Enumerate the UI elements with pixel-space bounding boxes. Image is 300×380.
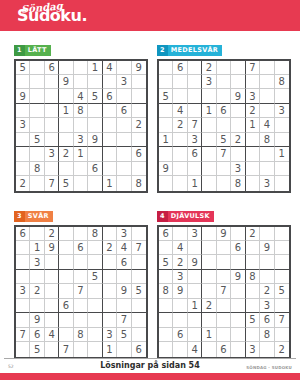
cell-r5c3 bbox=[45, 284, 59, 298]
cell-r8c8 bbox=[260, 162, 274, 176]
cell-r1c8: 3 bbox=[117, 227, 131, 241]
cell-r8c5: 8 bbox=[74, 328, 88, 342]
cell-r4c5 bbox=[217, 270, 231, 284]
cell-r5c6 bbox=[231, 284, 245, 298]
cell-r9c2: 5 bbox=[30, 342, 44, 356]
cell-r6c9 bbox=[132, 299, 146, 313]
cell-r9c7: 1 bbox=[103, 342, 117, 356]
cell-r3c4 bbox=[202, 89, 216, 103]
cell-r7c5 bbox=[217, 313, 231, 327]
cell-r5c1: 3 bbox=[16, 284, 30, 298]
cell-r1c7 bbox=[103, 227, 117, 241]
cell-r8c3 bbox=[45, 162, 59, 176]
cell-r5c3 bbox=[45, 118, 59, 132]
cell-r5c4 bbox=[59, 118, 73, 132]
cell-r1c6 bbox=[231, 61, 245, 75]
cell-r4c9: 3 bbox=[275, 104, 289, 118]
cell-r1c9 bbox=[275, 227, 289, 241]
cell-r1c2 bbox=[173, 227, 187, 241]
cell-r7c5: 7 bbox=[217, 147, 231, 161]
cell-r1c4 bbox=[59, 61, 73, 75]
cell-r7c3 bbox=[188, 313, 202, 327]
cell-r4c6 bbox=[88, 104, 102, 118]
cell-r9c8 bbox=[260, 342, 274, 356]
cell-r8c1 bbox=[16, 162, 30, 176]
cell-r2c5 bbox=[217, 75, 231, 89]
cell-r7c1 bbox=[159, 147, 173, 161]
cell-r9c4: 5 bbox=[59, 176, 73, 190]
cell-r4c5: 6 bbox=[217, 104, 231, 118]
cell-r2c6 bbox=[231, 75, 245, 89]
cell-r2c1 bbox=[159, 241, 173, 255]
cell-r6c4: 2 bbox=[202, 299, 216, 313]
cell-r7c9: 6 bbox=[132, 147, 146, 161]
cell-r7c4 bbox=[202, 147, 216, 161]
cell-r2c3 bbox=[45, 75, 59, 89]
cell-r7c7 bbox=[103, 147, 117, 161]
cell-r2c2 bbox=[173, 75, 187, 89]
cell-r6c1 bbox=[16, 133, 30, 147]
cell-r9c2 bbox=[30, 176, 44, 190]
cell-r7c2 bbox=[173, 313, 187, 327]
cell-r1c6: 8 bbox=[88, 227, 102, 241]
cell-r4c7 bbox=[103, 270, 117, 284]
cell-r7c5 bbox=[74, 313, 88, 327]
cell-r1c1: 6 bbox=[159, 227, 173, 241]
cell-r8c1: 9 bbox=[159, 162, 173, 176]
cell-r4c3 bbox=[45, 270, 59, 284]
difficulty-number: 2 bbox=[157, 45, 168, 56]
difficulty-chip-1: 1 LÄTT bbox=[14, 45, 51, 56]
cell-r8c5 bbox=[217, 162, 231, 176]
cell-r6c8: 3 bbox=[260, 299, 274, 313]
cell-r5c5 bbox=[217, 118, 231, 132]
cell-r6c3: 1 bbox=[188, 299, 202, 313]
cell-r9c8: 3 bbox=[260, 176, 274, 190]
difficulty-chip-4: 4 DJÄVULSK bbox=[157, 211, 214, 222]
cell-r8c7 bbox=[246, 328, 260, 342]
cell-r3c5 bbox=[217, 255, 231, 269]
cell-r5c6 bbox=[88, 284, 102, 298]
cell-r3c8 bbox=[260, 89, 274, 103]
cell-r9c2 bbox=[173, 176, 187, 190]
cell-r2c1 bbox=[159, 75, 173, 89]
cell-r3c3 bbox=[188, 89, 202, 103]
cell-r2c3: 9 bbox=[45, 241, 59, 255]
cell-r4c6: 9 bbox=[231, 270, 245, 284]
cell-r6c3: 3 bbox=[188, 133, 202, 147]
cell-r6c9 bbox=[275, 299, 289, 313]
cell-r3c9 bbox=[132, 89, 146, 103]
cell-r5c2: 2 bbox=[173, 118, 187, 132]
cell-r8c6 bbox=[231, 328, 245, 342]
cell-r3c5: 4 bbox=[74, 89, 88, 103]
cell-r7c4 bbox=[202, 313, 216, 327]
cell-r6c5: 5 bbox=[217, 133, 231, 147]
cell-r8c2: 8 bbox=[30, 162, 44, 176]
cell-r5c4 bbox=[202, 284, 216, 298]
difficulty-chip-3: 3 SVÅR bbox=[14, 211, 53, 222]
cell-r9c4 bbox=[202, 342, 216, 356]
cell-r5c6 bbox=[231, 118, 245, 132]
cell-r7c7: 5 bbox=[246, 313, 260, 327]
cell-r1c5 bbox=[74, 227, 88, 241]
cell-r3c1 bbox=[16, 255, 30, 269]
cell-r5c9 bbox=[275, 118, 289, 132]
cell-r6c3 bbox=[45, 133, 59, 147]
cell-r5c5 bbox=[74, 118, 88, 132]
cell-r1c1: 5 bbox=[16, 61, 30, 75]
sudoku-grid-3: 6283196247365327956977648355716 bbox=[14, 225, 148, 359]
cell-r6c6: 2 bbox=[231, 133, 245, 147]
cell-r8c1 bbox=[159, 328, 173, 342]
cell-r1c7: 4 bbox=[103, 61, 117, 75]
cell-r3c6 bbox=[88, 255, 102, 269]
cell-r5c7 bbox=[103, 284, 117, 298]
cell-r1c3: 2 bbox=[45, 227, 59, 241]
cell-r4c1 bbox=[159, 104, 173, 118]
cell-r2c3 bbox=[188, 75, 202, 89]
cell-r1c6: 1 bbox=[88, 61, 102, 75]
cell-r2c1 bbox=[16, 75, 30, 89]
cell-r1c2 bbox=[30, 227, 44, 241]
cell-r4c6 bbox=[231, 104, 245, 118]
cell-r2c6 bbox=[88, 241, 102, 255]
cell-r5c2: 2 bbox=[30, 284, 44, 298]
cell-r4c4 bbox=[202, 270, 216, 284]
cell-r9c9 bbox=[275, 176, 289, 190]
cell-r5c6 bbox=[88, 118, 102, 132]
cell-r4c3 bbox=[45, 104, 59, 118]
cell-r8c9 bbox=[275, 328, 289, 342]
cell-r8c5 bbox=[74, 162, 88, 176]
cell-r3c2 bbox=[30, 89, 44, 103]
cell-r5c4 bbox=[202, 118, 216, 132]
cell-r1c7: 2 bbox=[246, 227, 260, 241]
cell-r3c6: 5 bbox=[88, 89, 102, 103]
cell-r8c7 bbox=[246, 162, 260, 176]
cell-r7c4: 2 bbox=[59, 147, 73, 161]
cell-r8c2: 6 bbox=[173, 328, 187, 342]
cell-r5c8: 2 bbox=[260, 284, 274, 298]
cell-r1c2: 6 bbox=[173, 61, 187, 75]
cell-r6c6 bbox=[231, 299, 245, 313]
cell-r3c2: 3 bbox=[30, 255, 44, 269]
cell-r3c1: 5 bbox=[159, 89, 173, 103]
cell-r2c2: 4 bbox=[173, 241, 187, 255]
cell-r4c3 bbox=[188, 270, 202, 284]
difficulty-label: MEDELSVÅR bbox=[168, 45, 222, 56]
cell-r4c7: 8 bbox=[246, 270, 260, 284]
cell-r1c5 bbox=[74, 61, 88, 75]
cell-r9c1 bbox=[16, 342, 30, 356]
cell-r7c9: 7 bbox=[275, 313, 289, 327]
cell-r6c3 bbox=[45, 299, 59, 313]
cell-r9c6 bbox=[88, 342, 102, 356]
cell-r9c5 bbox=[74, 176, 88, 190]
cell-r5c3 bbox=[188, 284, 202, 298]
cell-r9c4 bbox=[202, 176, 216, 190]
sudoku-grid-2: 627385934162327141352867193183 bbox=[157, 59, 291, 193]
cell-r5c2: 9 bbox=[173, 284, 187, 298]
cell-r3c7 bbox=[246, 255, 260, 269]
cell-r7c6 bbox=[88, 313, 102, 327]
cell-r8c1: 7 bbox=[16, 328, 30, 342]
cell-r5c8 bbox=[117, 118, 131, 132]
cell-r9c8 bbox=[117, 342, 131, 356]
cell-r2c8: 3 bbox=[117, 75, 131, 89]
cell-r8c4: 1 bbox=[202, 328, 216, 342]
cell-r4c2 bbox=[30, 104, 44, 118]
cell-r6c4: 6 bbox=[59, 299, 73, 313]
cell-r1c3: 3 bbox=[188, 227, 202, 241]
cell-r6c4 bbox=[59, 133, 73, 147]
cell-r4c9 bbox=[132, 270, 146, 284]
cell-r4c4 bbox=[59, 270, 73, 284]
cell-r4c1 bbox=[159, 270, 173, 284]
cell-r6c2 bbox=[30, 299, 44, 313]
cell-r5c3: 7 bbox=[188, 118, 202, 132]
cell-r3c7 bbox=[103, 255, 117, 269]
cell-r2c7 bbox=[246, 241, 260, 255]
cell-r6c5 bbox=[74, 299, 88, 313]
cell-r2c9: 8 bbox=[275, 75, 289, 89]
cell-r7c7 bbox=[103, 313, 117, 327]
cell-r7c8 bbox=[260, 147, 274, 161]
cell-r6c7 bbox=[246, 299, 260, 313]
cell-r6c8 bbox=[117, 133, 131, 147]
cell-r4c2: 3 bbox=[173, 270, 187, 284]
cell-r6c7 bbox=[103, 133, 117, 147]
cell-r1c7: 7 bbox=[246, 61, 260, 75]
cell-r9c1: 2 bbox=[16, 176, 30, 190]
cell-r7c2: 9 bbox=[30, 313, 44, 327]
cell-r8c4 bbox=[59, 162, 73, 176]
cell-r6c9 bbox=[275, 133, 289, 147]
cell-r9c1 bbox=[159, 176, 173, 190]
cell-r8c3 bbox=[188, 328, 202, 342]
cell-r6c4 bbox=[202, 133, 216, 147]
cell-r9c2 bbox=[173, 342, 187, 356]
cell-r7c4 bbox=[59, 313, 73, 327]
cell-r1c9 bbox=[132, 227, 146, 241]
cell-r6c1: 1 bbox=[159, 133, 173, 147]
cell-r7c3: 3 bbox=[45, 147, 59, 161]
cell-r8c4 bbox=[59, 328, 73, 342]
cell-r5c5: 7 bbox=[74, 284, 88, 298]
cell-r2c9 bbox=[132, 75, 146, 89]
cell-r4c8 bbox=[260, 270, 274, 284]
difficulty-number: 3 bbox=[14, 211, 25, 222]
cell-r3c8 bbox=[117, 89, 131, 103]
cell-r2c7 bbox=[246, 75, 260, 89]
cell-r6c8 bbox=[117, 299, 131, 313]
cell-r8c6: 6 bbox=[88, 162, 102, 176]
cell-r1c3: 6 bbox=[45, 61, 59, 75]
cell-r7c8 bbox=[117, 147, 131, 161]
cell-r4c5: 8 bbox=[74, 104, 88, 118]
cell-r8c7 bbox=[103, 162, 117, 176]
cell-r1c8 bbox=[260, 61, 274, 75]
cell-r3c3 bbox=[45, 89, 59, 103]
cell-r1c4 bbox=[202, 227, 216, 241]
cell-r3c2: 2 bbox=[173, 255, 187, 269]
difficulty-label: SVÅR bbox=[25, 211, 53, 222]
cell-r1c6 bbox=[231, 227, 245, 241]
cell-r8c8 bbox=[117, 162, 131, 176]
difficulty-number: 1 bbox=[14, 45, 25, 56]
cell-r9c3: 7 bbox=[45, 176, 59, 190]
cell-r5c8: 9 bbox=[117, 284, 131, 298]
difficulty-label: DJÄVULSK bbox=[168, 211, 214, 222]
cell-r2c8: 9 bbox=[260, 241, 274, 255]
cell-r8c5 bbox=[217, 328, 231, 342]
puzzle-3-svar: 3 SVÅR 6283196247365327956977648355716 bbox=[14, 203, 148, 359]
cell-r6c5: 3 bbox=[74, 133, 88, 147]
cell-r8c7: 3 bbox=[103, 328, 117, 342]
cell-r1c1: 6 bbox=[16, 227, 30, 241]
cell-r4c1 bbox=[16, 104, 30, 118]
cell-r6c8: 8 bbox=[260, 133, 274, 147]
cell-r9c5: 6 bbox=[217, 342, 231, 356]
cell-r2c6: 6 bbox=[231, 241, 245, 255]
cell-r6c6 bbox=[88, 299, 102, 313]
cell-r1c4 bbox=[59, 227, 73, 241]
cell-r3c2 bbox=[173, 89, 187, 103]
cell-r2c3 bbox=[188, 241, 202, 255]
cell-r9c5 bbox=[74, 342, 88, 356]
cell-r7c8: 7 bbox=[117, 313, 131, 327]
cell-r2c1 bbox=[16, 241, 30, 255]
cell-r1c8 bbox=[260, 227, 274, 241]
cell-r1c9 bbox=[275, 61, 289, 75]
cell-r8c2: 6 bbox=[30, 328, 44, 342]
cell-r6c1 bbox=[16, 299, 30, 313]
cell-r1c4: 2 bbox=[202, 61, 216, 75]
cell-r3c4 bbox=[59, 255, 73, 269]
cell-r9c1 bbox=[159, 342, 173, 356]
cell-r4c3 bbox=[188, 104, 202, 118]
cell-r3c7: 6 bbox=[103, 89, 117, 103]
cell-r8c8: 5 bbox=[117, 328, 131, 342]
bottom-red-bar bbox=[0, 373, 300, 380]
cell-r3c1: 5 bbox=[159, 255, 173, 269]
difficulty-label: LÄTT bbox=[25, 45, 51, 56]
cell-r9c3 bbox=[45, 342, 59, 356]
cell-r2c7 bbox=[103, 75, 117, 89]
cell-r6c7 bbox=[103, 299, 117, 313]
cell-r9c6 bbox=[88, 176, 102, 190]
cell-r7c7 bbox=[246, 147, 260, 161]
cell-r9c7: 1 bbox=[103, 176, 117, 190]
cell-r9c7 bbox=[246, 176, 260, 190]
cell-r7c1 bbox=[16, 313, 30, 327]
cell-r1c2 bbox=[30, 61, 44, 75]
sondag-sudoku-logo: Söndag Sudoku. bbox=[17, 2, 87, 24]
cell-r8c2 bbox=[173, 162, 187, 176]
cell-r5c1: 8 bbox=[159, 284, 173, 298]
cell-r6c2: 5 bbox=[30, 133, 44, 147]
cell-r4c7 bbox=[103, 104, 117, 118]
cell-r6c5 bbox=[217, 299, 231, 313]
cell-r2c5: 6 bbox=[74, 241, 88, 255]
cell-r3c3: 9 bbox=[188, 255, 202, 269]
cell-r2c4 bbox=[202, 241, 216, 255]
cell-r5c9: 5 bbox=[275, 284, 289, 298]
cell-r1c8 bbox=[117, 61, 131, 75]
cell-r3c7: 3 bbox=[246, 89, 260, 103]
cell-r4c2 bbox=[30, 270, 44, 284]
cell-r4c4: 1 bbox=[202, 104, 216, 118]
cell-r6c7 bbox=[246, 133, 260, 147]
cell-r9c6: 8 bbox=[231, 176, 245, 190]
cell-r7c5: 1 bbox=[74, 147, 88, 161]
cell-r7c8: 6 bbox=[260, 313, 274, 327]
sudoku-grid-1: 561499394561863253932168627518 bbox=[14, 59, 148, 193]
cell-r8c9 bbox=[275, 162, 289, 176]
cell-r2c2: 1 bbox=[30, 241, 44, 255]
sudoku-grid-4: 6392469529398897251235676184632 bbox=[157, 225, 291, 359]
cell-r4c9 bbox=[132, 104, 146, 118]
cell-r8c6 bbox=[88, 328, 102, 342]
cell-r6c2 bbox=[173, 299, 187, 313]
cell-r8c8: 8 bbox=[260, 328, 274, 342]
cell-r3c4 bbox=[59, 89, 73, 103]
cell-r3c4 bbox=[202, 255, 216, 269]
cell-r4c8 bbox=[117, 270, 131, 284]
cell-r9c6 bbox=[231, 342, 245, 356]
cell-r1c1 bbox=[159, 61, 173, 75]
cell-r6c1 bbox=[159, 299, 173, 313]
cell-r8c3 bbox=[188, 162, 202, 176]
puzzle-4-djavulsk: 4 DJÄVULSK 63924695293988972512356761846… bbox=[157, 203, 291, 359]
cell-r5c9: 5 bbox=[132, 284, 146, 298]
cell-r5c1: 3 bbox=[16, 118, 30, 132]
cell-r7c6 bbox=[231, 313, 245, 327]
cell-r4c9 bbox=[275, 270, 289, 284]
cell-r3c8: 6 bbox=[117, 255, 131, 269]
cell-r5c2 bbox=[30, 118, 44, 132]
cell-r5c5: 7 bbox=[217, 284, 231, 298]
cell-r5c7 bbox=[103, 118, 117, 132]
cell-r7c1 bbox=[16, 147, 30, 161]
cell-r2c4: 9 bbox=[59, 75, 73, 89]
cell-r9c3: 1 bbox=[188, 176, 202, 190]
cell-r7c3 bbox=[45, 313, 59, 327]
cell-r2c5 bbox=[74, 75, 88, 89]
cell-r8c9 bbox=[132, 162, 146, 176]
cell-r2c2 bbox=[30, 75, 44, 89]
cell-r7c9: 1 bbox=[275, 147, 289, 161]
cell-r6c2 bbox=[173, 133, 187, 147]
cell-r7c3: 6 bbox=[188, 147, 202, 161]
cell-r3c6: 9 bbox=[231, 89, 245, 103]
cell-r4c6: 5 bbox=[88, 270, 102, 284]
cell-r3c9 bbox=[275, 89, 289, 103]
cell-r7c9 bbox=[132, 313, 146, 327]
masthead-banner: Söndag Sudoku. bbox=[0, 0, 300, 31]
cell-r2c7: 2 bbox=[103, 241, 117, 255]
cell-r3c3 bbox=[45, 255, 59, 269]
cell-r2c9 bbox=[275, 241, 289, 255]
cell-r3c1: 9 bbox=[16, 89, 30, 103]
cell-r7c6 bbox=[231, 147, 245, 161]
cell-r5c8: 4 bbox=[260, 118, 274, 132]
cell-r9c9: 8 bbox=[132, 176, 146, 190]
cell-r4c8: 6 bbox=[117, 104, 131, 118]
cell-r7c1 bbox=[159, 313, 173, 327]
cell-r2c9: 7 bbox=[132, 241, 146, 255]
